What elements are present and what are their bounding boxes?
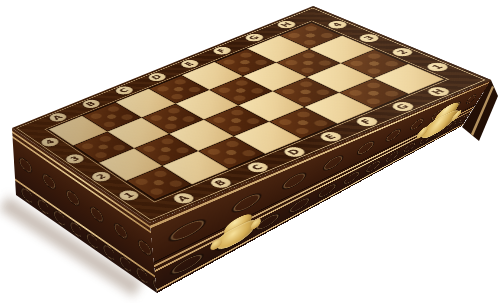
coord-left-4: 4 xyxy=(38,136,62,148)
product-photo-chess-box: ABCDEFGHABCDEFGH43214321 xyxy=(0,0,500,303)
coord-front-b: B xyxy=(207,176,235,190)
coord-left-2: 2 xyxy=(88,170,113,183)
coord-front-c: C xyxy=(243,161,271,175)
coord-left-1: 1 xyxy=(115,188,141,202)
coord-front-f: F xyxy=(352,115,381,128)
coord-front-d: D xyxy=(280,145,308,159)
coord-front-h: H xyxy=(424,86,453,99)
coord-left-3: 3 xyxy=(62,152,87,165)
coord-right-4: 4 xyxy=(324,19,350,30)
coord-right-2: 2 xyxy=(388,46,416,58)
coord-front-g: G xyxy=(388,100,417,113)
coord-front-e: E xyxy=(316,130,345,143)
coord-right-3: 3 xyxy=(356,32,383,43)
coord-front-a: A xyxy=(170,191,198,205)
